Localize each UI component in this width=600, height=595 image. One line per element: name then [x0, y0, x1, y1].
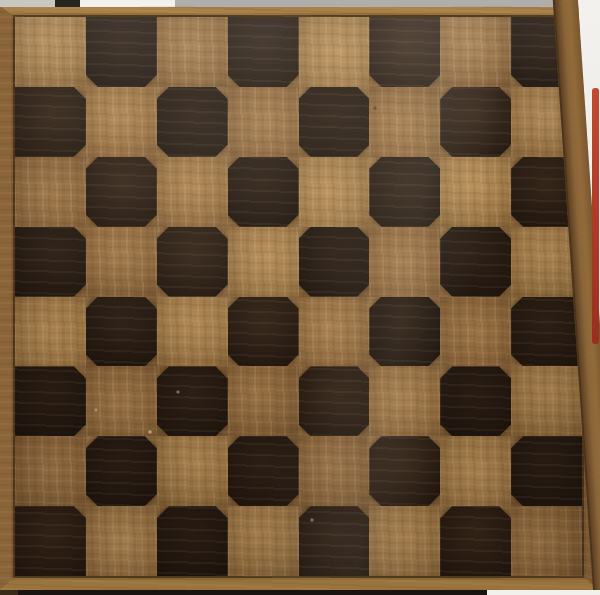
dark-square-shape — [369, 17, 440, 87]
dark-square-paint — [228, 436, 299, 506]
square-d4[interactable] — [228, 297, 299, 367]
square-c2[interactable] — [157, 436, 228, 506]
square-a6[interactable] — [15, 157, 86, 227]
dark-square-shape — [440, 87, 511, 157]
dark-square-shape — [86, 297, 157, 367]
square-g6[interactable] — [440, 157, 511, 227]
square-d2[interactable] — [228, 436, 299, 506]
dark-square-shape — [299, 227, 370, 297]
wall-top-strip — [0, 0, 600, 7]
dark-square-shape — [157, 506, 228, 576]
square-e8[interactable] — [299, 17, 370, 87]
dark-square-paint — [440, 227, 511, 297]
square-g2[interactable] — [440, 436, 511, 506]
square-h1[interactable] — [511, 506, 582, 576]
red-trim-line — [592, 88, 599, 344]
square-g8[interactable] — [440, 17, 511, 87]
square-g3[interactable] — [440, 366, 511, 436]
square-b1[interactable] — [86, 506, 157, 576]
square-c8[interactable] — [157, 17, 228, 87]
dark-square-shape — [157, 366, 228, 436]
photo-scene — [0, 0, 600, 595]
square-h4[interactable] — [511, 297, 582, 367]
square-g7[interactable] — [440, 87, 511, 157]
dark-square-shape — [299, 506, 370, 576]
dark-square-paint — [228, 17, 299, 87]
dark-square-shape — [228, 297, 299, 367]
board-frame — [0, 6, 600, 590]
square-f3[interactable] — [369, 366, 440, 436]
square-h2[interactable] — [511, 436, 582, 506]
dark-square-shape — [15, 227, 86, 297]
square-b6[interactable] — [86, 157, 157, 227]
square-b2[interactable] — [86, 436, 157, 506]
square-f8[interactable] — [369, 17, 440, 87]
dark-square-shape — [157, 227, 228, 297]
dark-square-paint — [299, 506, 370, 576]
square-b8[interactable] — [86, 17, 157, 87]
dark-square-paint — [440, 87, 511, 157]
square-a3[interactable] — [15, 366, 86, 436]
square-e3[interactable] — [299, 366, 370, 436]
square-a2[interactable] — [15, 436, 86, 506]
dark-square-paint — [299, 366, 370, 436]
dark-square-shape — [369, 436, 440, 506]
dark-square-paint — [440, 506, 511, 576]
dark-square-shape — [228, 17, 299, 87]
dark-square-paint — [369, 297, 440, 367]
square-f4[interactable] — [369, 297, 440, 367]
dark-square-shape — [440, 227, 511, 297]
dark-square-paint — [15, 506, 86, 576]
dark-square-shape — [440, 506, 511, 576]
square-e6[interactable] — [299, 157, 370, 227]
dark-square-paint — [369, 17, 440, 87]
dark-square-paint — [157, 227, 228, 297]
square-a8[interactable] — [15, 17, 86, 87]
square-a4[interactable] — [15, 297, 86, 367]
dark-square-paint — [86, 297, 157, 367]
square-c1[interactable] — [157, 506, 228, 576]
dark-square-paint — [369, 436, 440, 506]
dark-square-paint — [86, 17, 157, 87]
dark-square-shape — [86, 157, 157, 227]
dark-square-shape — [440, 366, 511, 436]
square-c3[interactable] — [157, 366, 228, 436]
dark-square-paint — [369, 157, 440, 227]
dark-square-paint — [511, 297, 582, 367]
dark-square-shape — [299, 87, 370, 157]
square-f7[interactable] — [369, 87, 440, 157]
dark-square-shape — [299, 366, 370, 436]
dark-square-shape — [369, 297, 440, 367]
square-b3[interactable] — [86, 366, 157, 436]
square-b7[interactable] — [86, 87, 157, 157]
square-a1[interactable] — [15, 506, 86, 576]
square-a7[interactable] — [15, 87, 86, 157]
dark-square-shape — [86, 436, 157, 506]
dark-square-paint — [15, 227, 86, 297]
dark-square-paint — [511, 436, 582, 506]
square-h3[interactable] — [511, 366, 582, 436]
square-d8[interactable] — [228, 17, 299, 87]
square-c6[interactable] — [157, 157, 228, 227]
dark-square-shape — [228, 157, 299, 227]
square-b5[interactable] — [86, 227, 157, 297]
square-f6[interactable] — [369, 157, 440, 227]
square-g5[interactable] — [440, 227, 511, 297]
square-d5[interactable] — [228, 227, 299, 297]
dark-square-shape — [511, 297, 582, 367]
dark-square-paint — [299, 87, 370, 157]
square-f2[interactable] — [369, 436, 440, 506]
square-e1[interactable] — [299, 506, 370, 576]
square-c7[interactable] — [157, 87, 228, 157]
dark-square-paint — [157, 366, 228, 436]
square-d6[interactable] — [228, 157, 299, 227]
dark-square-shape — [15, 366, 86, 436]
dark-square-paint — [15, 87, 86, 157]
dark-square-paint — [86, 157, 157, 227]
dark-square-paint — [440, 366, 511, 436]
dark-square-shape — [157, 87, 228, 157]
square-a5[interactable] — [15, 227, 86, 297]
square-e5[interactable] — [299, 227, 370, 297]
dark-square-paint — [15, 366, 86, 436]
square-b4[interactable] — [86, 297, 157, 367]
square-d7[interactable] — [228, 87, 299, 157]
dark-square-shape — [228, 436, 299, 506]
square-g4[interactable] — [440, 297, 511, 367]
dark-square-shape — [511, 436, 582, 506]
square-d1[interactable] — [228, 506, 299, 576]
square-d3[interactable] — [228, 366, 299, 436]
square-e7[interactable] — [299, 87, 370, 157]
square-c5[interactable] — [157, 227, 228, 297]
dark-square-shape — [369, 157, 440, 227]
square-g1[interactable] — [440, 506, 511, 576]
dark-square-paint — [157, 506, 228, 576]
dark-square-paint — [228, 157, 299, 227]
floor-bottom-strip — [0, 590, 600, 595]
square-c4[interactable] — [157, 297, 228, 367]
dark-square-shape — [15, 506, 86, 576]
dark-square-paint — [86, 436, 157, 506]
dark-square-shape — [15, 87, 86, 157]
dark-square-paint — [299, 227, 370, 297]
square-e4[interactable] — [299, 297, 370, 367]
square-e2[interactable] — [299, 436, 370, 506]
dark-square-paint — [228, 297, 299, 367]
board-grid — [15, 17, 582, 576]
square-f1[interactable] — [369, 506, 440, 576]
dark-square-paint — [157, 87, 228, 157]
square-f5[interactable] — [369, 227, 440, 297]
dark-square-shape — [86, 17, 157, 87]
